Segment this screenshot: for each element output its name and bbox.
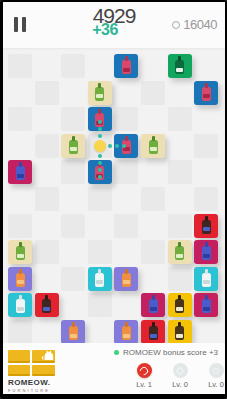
bonus-score-line: ROMOEW bonus score +3 <box>114 348 218 357</box>
board-cell <box>114 240 138 264</box>
path-dot <box>108 144 112 148</box>
path-dot <box>122 144 126 148</box>
board-cell <box>194 134 218 158</box>
bottle-icon <box>149 299 158 313</box>
currency-counter: 16040 <box>172 17 217 32</box>
bottle-icon <box>149 326 158 340</box>
board-cell <box>168 107 192 131</box>
bottle-icon <box>16 246 25 260</box>
board-cell <box>141 214 165 238</box>
badge-romeow[interactable]: Lv. 1 <box>131 363 157 389</box>
tile-cyan-tile-white-bottle[interactable] <box>88 267 112 291</box>
tile-green-tile-dark-bottle[interactable] <box>168 54 192 78</box>
board-cell <box>88 214 112 238</box>
board-cell <box>61 81 85 105</box>
tile-yellow-tile-dark-bottle[interactable] <box>168 293 192 317</box>
badge-circle-active <box>137 363 152 378</box>
tile-crimson-tile-blue-bottle[interactable] <box>141 293 165 317</box>
bottle-icon <box>122 273 131 287</box>
logo-square <box>8 350 30 363</box>
board-cell <box>114 293 138 317</box>
board-cell <box>61 187 85 211</box>
board-cell <box>168 160 192 184</box>
bottle-icon <box>122 326 131 340</box>
tile-red-tile-dark-bottle[interactable] <box>194 214 218 238</box>
tile-crimson-tile-blue-bottle[interactable] <box>8 160 32 184</box>
board-cell <box>8 187 32 211</box>
board-cell <box>88 293 112 317</box>
circle-outline-icon <box>172 21 180 29</box>
bottle-icon <box>202 220 211 234</box>
tile-tan-tile-green-bottle[interactable] <box>88 81 112 105</box>
board-cell <box>194 160 218 184</box>
bottle-icon <box>69 140 78 154</box>
bottle-icon <box>202 87 211 101</box>
tile-purple-tile-orange-bottle[interactable] <box>8 267 32 291</box>
board-cell <box>141 54 165 78</box>
tile-purple-tile-orange-bottle[interactable] <box>61 320 85 344</box>
board-cell <box>194 107 218 131</box>
board-cell <box>168 187 192 211</box>
board-cell <box>35 81 59 105</box>
path-dot <box>98 161 102 165</box>
logo-grid <box>8 350 55 376</box>
board-cell <box>88 54 112 78</box>
path-dot <box>98 154 102 158</box>
circle-icon <box>213 368 219 374</box>
board-cell <box>141 81 165 105</box>
bottle-icon <box>175 299 184 313</box>
bottle-icon <box>16 166 25 180</box>
board-cell <box>141 267 165 291</box>
board-cell <box>88 320 112 344</box>
badge-level-label: Lv. 0 <box>203 380 225 389</box>
path-dot <box>98 168 102 172</box>
game-screen: 4929 +36 16040 <box>3 2 225 394</box>
romeow-furniture-logo: ROMEOW. FURNITURE <box>8 350 56 393</box>
green-dot-icon <box>114 350 119 355</box>
board-cell <box>35 240 59 264</box>
path-dot <box>98 120 102 124</box>
board-cell <box>35 214 59 238</box>
board-cell <box>141 160 165 184</box>
board-cell <box>114 107 138 131</box>
bottle-icon <box>175 246 184 260</box>
currency-value: 16040 <box>183 17 217 32</box>
swirl-icon <box>138 365 149 376</box>
logo-square <box>32 365 55 376</box>
diamond-icon <box>176 366 184 374</box>
board-cell <box>8 320 32 344</box>
bottle-icon <box>122 60 131 74</box>
bottle-icon <box>16 273 25 287</box>
logo-subtitle: FURNITURE <box>8 388 56 393</box>
board-cell <box>61 160 85 184</box>
tile-red-tile-dark-bottle[interactable] <box>35 293 59 317</box>
level-badges: Lv. 1 Lv. 0 Lv. 0 <box>131 363 225 389</box>
tile-tan-tile-green-bottle[interactable] <box>168 240 192 264</box>
top-bar: 4929 +36 16040 <box>3 2 225 48</box>
badge-circle-inactive <box>173 363 188 378</box>
badge-third[interactable]: Lv. 0 <box>203 363 225 389</box>
tile-purple-tile-orange-bottle[interactable] <box>114 320 138 344</box>
board-cell <box>61 293 85 317</box>
board-cell <box>168 267 192 291</box>
path-dot <box>98 134 102 138</box>
board-cell <box>141 107 165 131</box>
board-cell <box>8 81 32 105</box>
board-cell <box>168 214 192 238</box>
board-cell <box>194 320 218 344</box>
tile-crimson-tile-blue-bottle[interactable] <box>194 293 218 317</box>
footer-bar: ROMEOW. FURNITURE ROMOEW bonus score +3 … <box>3 343 225 394</box>
board-cell <box>61 267 85 291</box>
board-cell <box>114 187 138 211</box>
badge-circle-inactive <box>209 363 224 378</box>
bottle-icon <box>202 299 211 313</box>
bottle-icon <box>202 246 211 260</box>
board <box>7 53 220 345</box>
board-cell <box>35 267 59 291</box>
board-cell <box>168 134 192 158</box>
board-cell <box>141 240 165 264</box>
tile-tan-tile-green-bottle[interactable] <box>61 134 85 158</box>
tile-cyan-tile-white-bottle[interactable] <box>8 293 32 317</box>
board-cell <box>8 134 32 158</box>
board-cell <box>141 187 165 211</box>
board-cell <box>35 187 59 211</box>
board-cell <box>114 81 138 105</box>
board-cell <box>35 134 59 158</box>
badge-second[interactable]: Lv. 0 <box>167 363 193 389</box>
badge-level-label: Lv. 1 <box>131 380 157 389</box>
board-cell <box>35 320 59 344</box>
bottle-icon <box>175 326 184 340</box>
tile-blue-tile-red-bottle[interactable] <box>114 54 138 78</box>
board-cell <box>194 54 218 78</box>
board-cell <box>61 240 85 264</box>
logo-square <box>32 350 55 363</box>
board-cell <box>114 160 138 184</box>
logo-square <box>8 365 30 376</box>
tile-yellow-tile-dark-bottle[interactable] <box>168 320 192 344</box>
bottle-icon <box>42 299 51 313</box>
bottle-icon <box>16 299 25 313</box>
game-window: 4929 +36 16040 <box>0 0 227 399</box>
board-cell <box>35 160 59 184</box>
board-cell <box>35 107 59 131</box>
bottle-icon <box>95 87 104 101</box>
board-cell <box>8 54 32 78</box>
board-cell <box>61 54 85 78</box>
board-cell <box>61 107 85 131</box>
board-cell <box>35 54 59 78</box>
board-cell <box>61 214 85 238</box>
board-cell <box>8 107 32 131</box>
board-cell <box>194 187 218 211</box>
cat-silhouette-icon <box>41 349 54 360</box>
path-dot <box>115 144 119 148</box>
board-cell <box>88 187 112 211</box>
tile-red-tile-dark-bottle[interactable] <box>141 320 165 344</box>
tile-blue-tile-red-bottle[interactable] <box>194 81 218 105</box>
tile-purple-tile-orange-bottle[interactable] <box>114 267 138 291</box>
bonus-text: ROMOEW bonus score +3 <box>123 348 218 357</box>
tile-tan-tile-green-bottle[interactable] <box>8 240 32 264</box>
board-cell <box>114 214 138 238</box>
tile-tan-tile-green-bottle[interactable] <box>141 134 165 158</box>
path-pivot-dot[interactable] <box>94 140 106 152</box>
board-cell <box>8 214 32 238</box>
path-dot <box>98 175 102 179</box>
tile-cyan-tile-white-bottle[interactable] <box>194 267 218 291</box>
bottle-icon <box>202 273 211 287</box>
bottle-icon <box>175 60 184 74</box>
board-cell <box>168 81 192 105</box>
bottle-icon <box>69 326 78 340</box>
path-dot <box>98 127 102 131</box>
bottle-icon <box>149 140 158 154</box>
logo-name: ROMEOW. <box>8 378 56 387</box>
bottle-icon <box>95 273 104 287</box>
tile-crimson-tile-blue-bottle[interactable] <box>194 240 218 264</box>
board-cell <box>88 240 112 264</box>
badge-level-label: Lv. 0 <box>167 380 193 389</box>
